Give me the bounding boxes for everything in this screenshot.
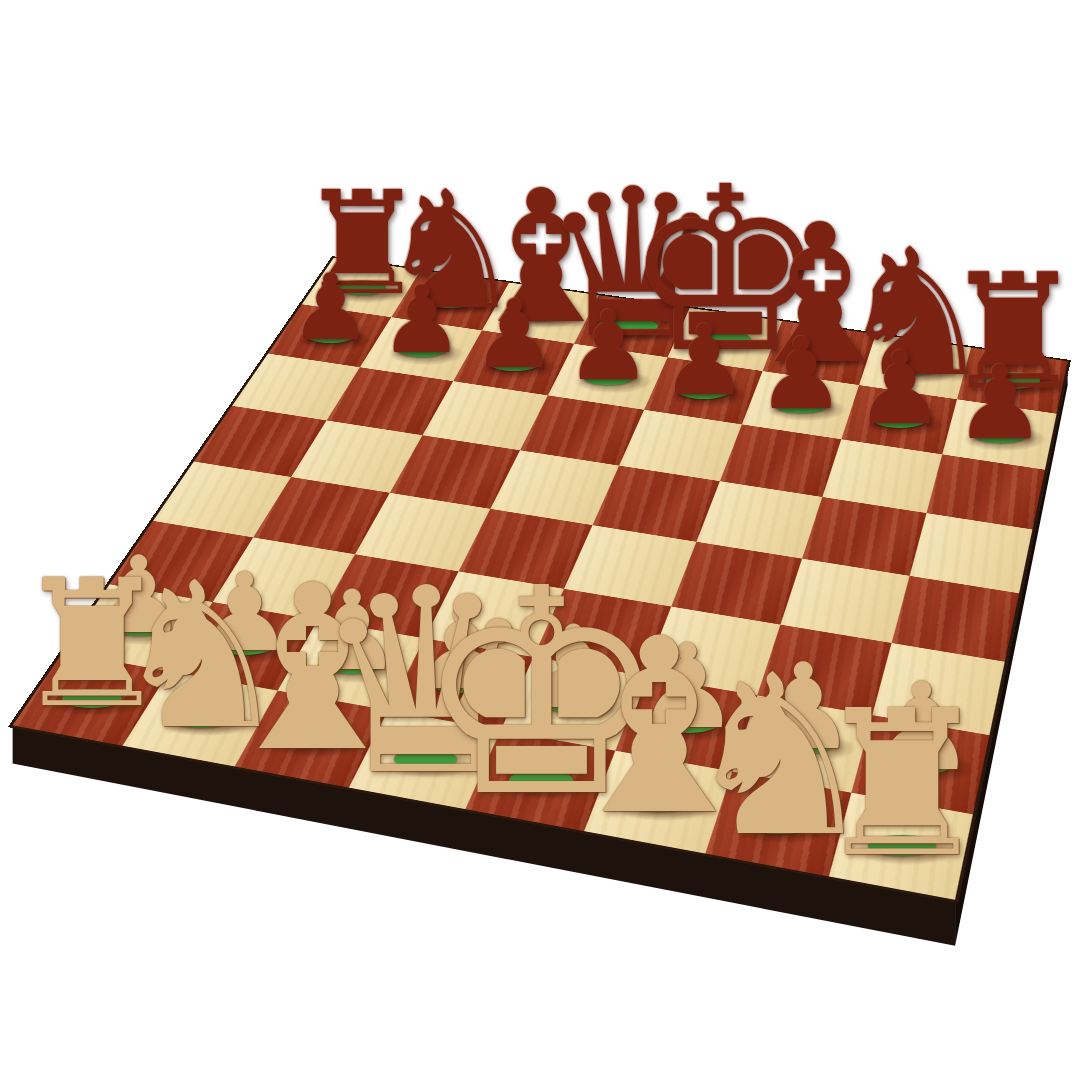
piece-black-pawn[interactable]: ♟: [561, 299, 657, 395]
piece-black-pawn[interactable]: ♟: [375, 274, 468, 367]
piece-black-pawn[interactable]: ♟: [752, 325, 851, 424]
piece-black-pawn[interactable]: ♟: [467, 287, 561, 381]
piece-white-rook[interactable]: ♜: [801, 684, 1002, 885]
piece-black-pawn[interactable]: ♟: [850, 339, 951, 440]
chess-set-photo: ♜♞♝♛♚♝♞♜♟♟♟♟♟♟♟♟♟♟♟♟♟♟♟♟♜♞♝♛♚♝♞♜: [0, 0, 1080, 1080]
piece-black-pawn[interactable]: ♟: [949, 352, 1051, 454]
piece-black-pawn[interactable]: ♟: [285, 262, 377, 354]
piece-black-pawn[interactable]: ♟: [655, 312, 752, 409]
